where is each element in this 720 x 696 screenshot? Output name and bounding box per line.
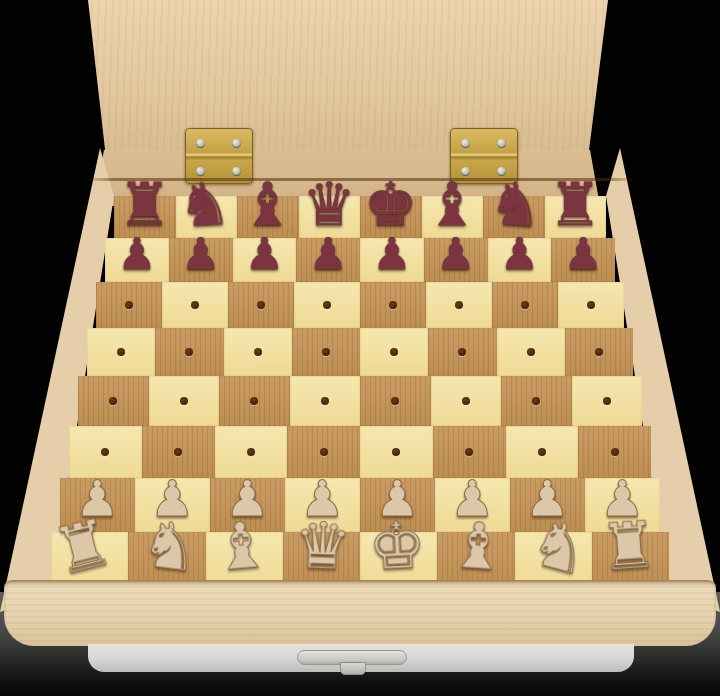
square-g4[interactable] [501, 376, 572, 426]
square-b7[interactable]: ♟ [169, 238, 233, 282]
peg-hole [320, 448, 328, 456]
square-c6[interactable] [228, 282, 294, 328]
square-d5[interactable] [292, 328, 360, 376]
square-f6[interactable] [426, 282, 492, 328]
piece-red-knight-g8[interactable]: ♞ [487, 172, 545, 236]
square-h4[interactable] [572, 376, 643, 426]
square-c4[interactable] [219, 376, 290, 426]
hinge-screw-icon [232, 167, 241, 176]
square-a7[interactable]: ♟ [105, 238, 169, 282]
piece-red-pawn-h7[interactable]: ♟ [563, 232, 602, 276]
square-e6[interactable] [360, 282, 426, 328]
hinge-screw-icon [232, 139, 241, 148]
piece-red-pawn-g7[interactable]: ♟ [500, 232, 539, 276]
peg-hole [455, 301, 463, 309]
peg-hole [391, 397, 399, 405]
square-c7[interactable]: ♟ [233, 238, 297, 282]
piece-wood-queen-d1[interactable]: ♛ [293, 513, 353, 579]
peg-hole [257, 301, 265, 309]
piece-red-king-e8[interactable]: ♚ [364, 174, 418, 234]
piece-red-pawn-d7[interactable]: ♟ [308, 232, 347, 276]
square-e7[interactable]: ♟ [360, 238, 424, 282]
square-g7[interactable]: ♟ [488, 238, 552, 282]
peg-hole [532, 397, 540, 405]
square-d6[interactable] [294, 282, 360, 328]
piece-wood-bishop-c1[interactable]: ♝ [210, 512, 273, 581]
board-rank-4 [78, 376, 642, 426]
peg-hole [527, 348, 535, 356]
hinge-screw-icon [497, 139, 506, 148]
board-rank-7: ♟♟♟♟♟♟♟♟ [105, 238, 615, 282]
peg-hole [322, 348, 330, 356]
travel-chess-set-photo: ♜♞♝♛♚♝♞♜♟♟♟♟♟♟♟♟♟♟♟♟♟♟♟♟♜♞♝♛♚♝♞♜ [0, 0, 720, 696]
peg-hole [180, 397, 188, 405]
square-e5[interactable] [360, 328, 428, 376]
latch-tab[interactable] [340, 662, 366, 675]
peg-hole [109, 397, 117, 405]
peg-hole [390, 348, 398, 356]
square-a6[interactable] [96, 282, 162, 328]
peg-hole [174, 448, 182, 456]
piece-wood-bishop-f1[interactable]: ♝ [447, 512, 509, 580]
piece-red-rook-a8[interactable]: ♜ [118, 174, 172, 234]
piece-wood-rook-h1[interactable]: ♜ [598, 512, 660, 580]
peg-hole [595, 348, 603, 356]
peg-hole [185, 348, 193, 356]
peg-hole [247, 448, 255, 456]
peg-hole [125, 301, 133, 309]
piece-red-rook-h8[interactable]: ♜ [548, 174, 602, 234]
board-fold-seam [82, 178, 638, 181]
peg-hole [538, 448, 546, 456]
piece-red-queen-d8[interactable]: ♛ [302, 174, 356, 234]
peg-hole [250, 397, 258, 405]
square-b6[interactable] [162, 282, 228, 328]
square-a4[interactable] [78, 376, 149, 426]
peg-hole [587, 301, 595, 309]
peg-hole [323, 301, 331, 309]
piece-red-knight-b8[interactable]: ♞ [176, 173, 233, 236]
square-h6[interactable] [558, 282, 624, 328]
square-d7[interactable]: ♟ [296, 238, 360, 282]
peg-hole [101, 448, 109, 456]
piece-red-pawn-f7[interactable]: ♟ [436, 232, 475, 276]
piece-red-pawn-c7[interactable]: ♟ [245, 232, 284, 276]
square-e4[interactable] [360, 376, 431, 426]
hinge-screw-icon [196, 139, 205, 148]
peg-hole [191, 301, 199, 309]
square-g6[interactable] [492, 282, 558, 328]
square-g5[interactable] [497, 328, 565, 376]
piece-wood-king-e1[interactable]: ♚ [367, 513, 428, 580]
peg-hole [254, 348, 262, 356]
piece-red-pawn-b7[interactable]: ♟ [181, 232, 220, 276]
peg-hole [603, 397, 611, 405]
chess-board: ♜♞♝♛♚♝♞♜♟♟♟♟♟♟♟♟♟♟♟♟♟♟♟♟♜♞♝♛♚♝♞♜ [0, 196, 720, 588]
square-f7[interactable]: ♟ [424, 238, 488, 282]
square-a5[interactable] [87, 328, 155, 376]
box-front-rim [4, 580, 716, 646]
square-b5[interactable] [155, 328, 223, 376]
board-rank-6 [96, 282, 624, 328]
square-f4[interactable] [431, 376, 502, 426]
peg-hole [611, 448, 619, 456]
piece-red-bishop-c8[interactable]: ♝ [241, 174, 295, 234]
peg-hole [521, 301, 529, 309]
square-b4[interactable] [149, 376, 220, 426]
hinge-screw-icon [461, 139, 470, 148]
piece-red-pawn-e7[interactable]: ♟ [372, 232, 411, 276]
square-h7[interactable]: ♟ [551, 238, 615, 282]
square-h5[interactable] [565, 328, 633, 376]
piece-red-bishop-f8[interactable]: ♝ [425, 174, 479, 234]
peg-hole [389, 301, 397, 309]
board-rank-5 [87, 328, 633, 376]
box-lid [0, 0, 720, 160]
square-c5[interactable] [224, 328, 292, 376]
square-f5[interactable] [428, 328, 496, 376]
peg-hole [117, 348, 125, 356]
piece-red-pawn-a7[interactable]: ♟ [117, 232, 156, 276]
piece-wood-knight-b1[interactable]: ♞ [138, 511, 203, 582]
peg-hole [321, 397, 329, 405]
lid-wood-grain [0, 0, 720, 160]
peg-hole [462, 397, 470, 405]
peg-hole [458, 348, 466, 356]
peg-hole [392, 448, 400, 456]
square-d4[interactable] [290, 376, 361, 426]
peg-hole [465, 448, 473, 456]
